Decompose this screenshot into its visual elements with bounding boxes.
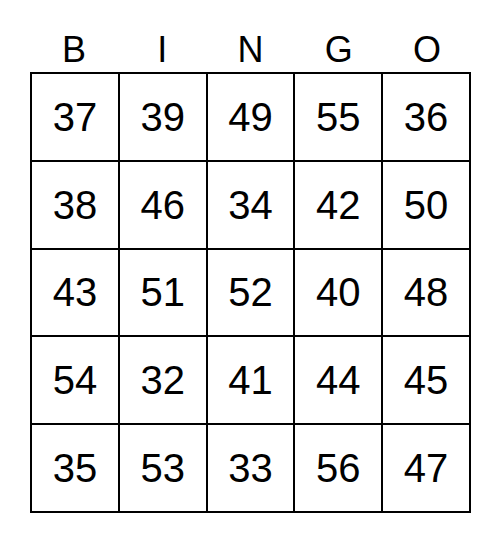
cell-number: 45 (404, 360, 449, 400)
grid-cell-r3c2[interactable]: 51 (120, 250, 206, 336)
cell-number: 35 (53, 448, 98, 488)
column-letter-n: N (206, 0, 294, 72)
cell-number: 50 (404, 185, 449, 225)
cell-number: 43 (53, 272, 98, 312)
grid-cell-r5c4[interactable]: 56 (295, 425, 381, 511)
grid-cell-r1c4[interactable]: 55 (295, 74, 381, 160)
grid-cell-r5c2[interactable]: 53 (120, 425, 206, 511)
cell-number: 42 (316, 185, 361, 225)
cell-number: 55 (316, 97, 361, 137)
column-letter-b: B (30, 0, 118, 72)
grid-cell-r2c3[interactable]: 34 (208, 162, 294, 248)
grid-cell-r2c5[interactable]: 50 (383, 162, 469, 248)
cell-number: 46 (140, 185, 185, 225)
grid-cell-r3c3[interactable]: 52 (208, 250, 294, 336)
column-letter-g-label: G (325, 32, 353, 68)
grid-cell-r1c3[interactable]: 49 (208, 74, 294, 160)
grid-cell-r2c1[interactable]: 38 (32, 162, 118, 248)
cell-number: 53 (140, 448, 185, 488)
grid-cell-r4c2[interactable]: 32 (120, 337, 206, 423)
grid-cell-r4c1[interactable]: 54 (32, 337, 118, 423)
column-letter-o-label: O (413, 32, 441, 68)
column-letter-g: G (295, 0, 383, 72)
cell-number: 38 (53, 185, 98, 225)
cell-number: 37 (53, 97, 98, 137)
column-letter-i-label: I (157, 32, 167, 68)
column-letter-o: O (383, 0, 471, 72)
cell-number: 44 (316, 360, 361, 400)
cell-number: 48 (404, 272, 449, 312)
grid-cell-r5c3[interactable]: 33 (208, 425, 294, 511)
grid-cell-r5c1[interactable]: 35 (32, 425, 118, 511)
cell-number: 32 (140, 360, 185, 400)
grid-cell-r3c4[interactable]: 40 (295, 250, 381, 336)
cell-number: 40 (316, 272, 361, 312)
cell-number: 41 (228, 360, 273, 400)
cell-number: 52 (228, 272, 273, 312)
grid-cell-r3c5[interactable]: 48 (383, 250, 469, 336)
grid-cell-r1c2[interactable]: 39 (120, 74, 206, 160)
cell-number: 36 (404, 97, 449, 137)
grid-cell-r1c1[interactable]: 37 (32, 74, 118, 160)
column-letter-n-label: N (237, 32, 263, 68)
cell-number: 34 (228, 185, 273, 225)
grid-cell-r4c4[interactable]: 44 (295, 337, 381, 423)
grid-cell-r3c1[interactable]: 43 (32, 250, 118, 336)
grid-cell-r4c3[interactable]: 41 (208, 337, 294, 423)
grid-cell-r1c5[interactable]: 36 (383, 74, 469, 160)
bingo-grid: 37 39 49 55 36 38 46 34 42 50 43 51 52 4… (30, 72, 471, 513)
cell-number: 47 (404, 448, 449, 488)
cell-number: 49 (228, 97, 273, 137)
grid-cell-r4c5[interactable]: 45 (383, 337, 469, 423)
cell-number: 33 (228, 448, 273, 488)
cell-number: 39 (140, 97, 185, 137)
bingo-card: B I N G O 37 39 49 55 36 38 46 34 42 50 … (30, 0, 471, 513)
bingo-header-row: B I N G O (30, 0, 471, 72)
column-letter-i: I (118, 0, 206, 72)
cell-number: 54 (53, 360, 98, 400)
grid-cell-r2c2[interactable]: 46 (120, 162, 206, 248)
grid-cell-r2c4[interactable]: 42 (295, 162, 381, 248)
cell-number: 56 (316, 448, 361, 488)
column-letter-b-label: B (62, 32, 86, 68)
cell-number: 51 (140, 272, 185, 312)
grid-cell-r5c5[interactable]: 47 (383, 425, 469, 511)
